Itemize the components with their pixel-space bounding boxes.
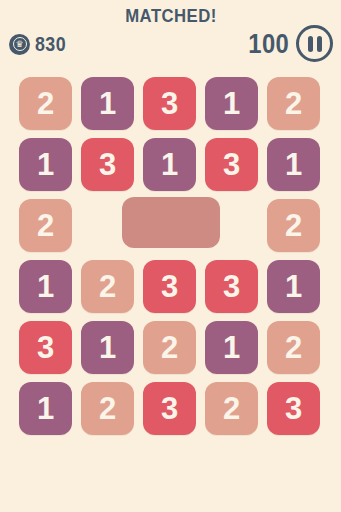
score-value: 100 bbox=[248, 28, 289, 60]
tile-r4c3-value-3[interactable]: 3 bbox=[143, 260, 196, 313]
status-banner-text: MATCHED! bbox=[125, 5, 216, 27]
tile-r3c5-value-2[interactable]: 2 bbox=[267, 199, 320, 252]
tile-r2c1-value-1[interactable]: 1 bbox=[19, 138, 72, 191]
pause-button[interactable] bbox=[296, 25, 333, 62]
coin-icon: ♛ bbox=[9, 34, 30, 55]
tile-r4c2-value-2[interactable]: 2 bbox=[81, 260, 134, 313]
tile-r1c1-value-2[interactable]: 2 bbox=[19, 77, 72, 130]
tile-r3c1-value-2[interactable]: 2 bbox=[19, 199, 72, 252]
tile-r5c3-value-2[interactable]: 2 bbox=[143, 321, 196, 374]
tile-r6c4-value-2[interactable]: 2 bbox=[205, 382, 258, 435]
tile-r2c2-value-3[interactable]: 3 bbox=[81, 138, 134, 191]
tile-r4c1-value-1[interactable]: 1 bbox=[19, 260, 72, 313]
game-board: 213121313122123313121212323 bbox=[19, 77, 320, 435]
tile-r1c3-value-3[interactable]: 3 bbox=[143, 77, 196, 130]
tile-r5c5-value-2[interactable]: 2 bbox=[267, 321, 320, 374]
tile-r5c4-value-1[interactable]: 1 bbox=[205, 321, 258, 374]
score-area: 100 bbox=[241, 25, 333, 62]
pause-icon bbox=[317, 36, 322, 52]
coin-counter: ♛ 830 bbox=[9, 32, 72, 56]
tile-r4c5-value-1[interactable]: 1 bbox=[267, 260, 320, 313]
tile-r1c5-value-2[interactable]: 2 bbox=[267, 77, 320, 130]
tile-r5c2-value-1[interactable]: 1 bbox=[81, 321, 134, 374]
coin-ring: ♛ bbox=[13, 37, 27, 51]
tile-r2c5-value-1[interactable]: 1 bbox=[267, 138, 320, 191]
tile-r2c4-value-3[interactable]: 3 bbox=[205, 138, 258, 191]
crown-icon: ♛ bbox=[15, 39, 23, 48]
tile-r5c1-value-3[interactable]: 3 bbox=[19, 321, 72, 374]
tile-r1c2-value-1[interactable]: 1 bbox=[81, 77, 134, 130]
status-banner: MATCHED! bbox=[0, 5, 341, 27]
tile-r6c5-value-3[interactable]: 3 bbox=[267, 382, 320, 435]
pause-icon bbox=[308, 36, 313, 52]
merging-tile bbox=[122, 197, 220, 248]
tile-r4c4-value-3[interactable]: 3 bbox=[205, 260, 258, 313]
tile-r6c3-value-3[interactable]: 3 bbox=[143, 382, 196, 435]
tile-r1c4-value-1[interactable]: 1 bbox=[205, 77, 258, 130]
tile-r2c3-value-1[interactable]: 1 bbox=[143, 138, 196, 191]
tile-r6c2-value-2[interactable]: 2 bbox=[81, 382, 134, 435]
coin-count: 830 bbox=[35, 32, 66, 56]
tile-r6c1-value-1[interactable]: 1 bbox=[19, 382, 72, 435]
